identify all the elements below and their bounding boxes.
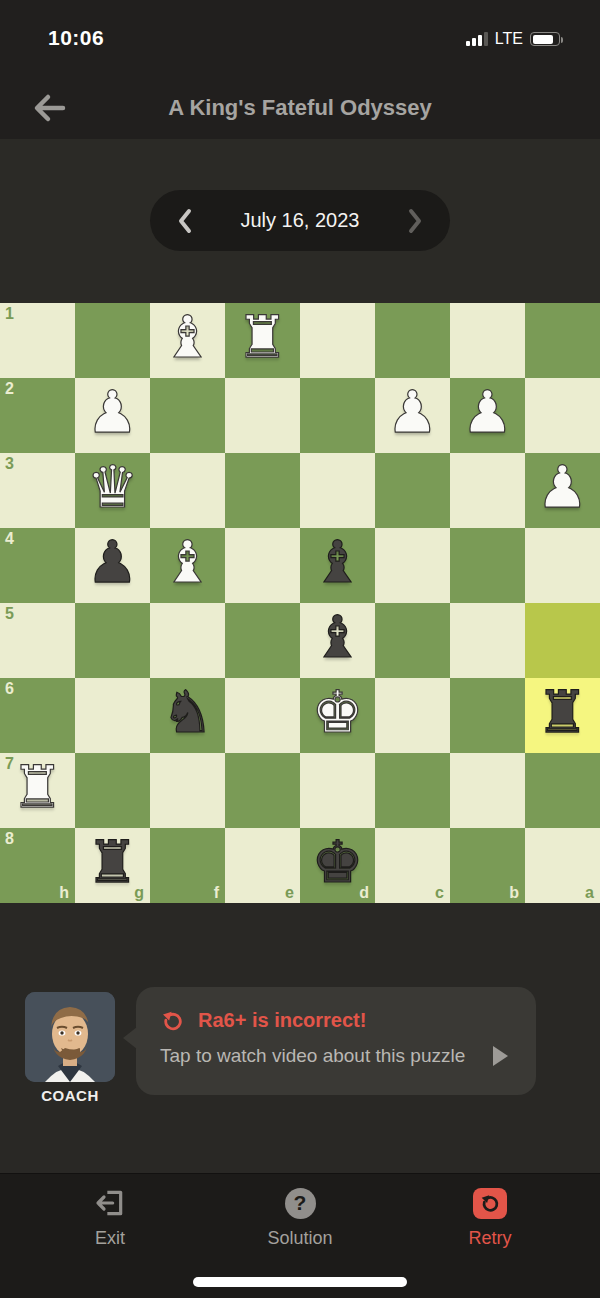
square-h7[interactable]: 7♜: [0, 753, 75, 828]
black-pawn-piece: ♟: [87, 525, 139, 600]
black-rook-piece: ♜: [537, 675, 589, 750]
square-g8[interactable]: g♜: [75, 828, 150, 903]
square-b6[interactable]: [450, 678, 525, 753]
status-bar: 10:06 LTE: [0, 0, 600, 60]
square-a4[interactable]: [525, 528, 600, 603]
battery-icon: [530, 32, 560, 46]
square-a8[interactable]: a: [525, 828, 600, 903]
square-f4[interactable]: ♝: [150, 528, 225, 603]
retry-arrow-icon: [160, 1008, 185, 1033]
date-section: July 16, 2023: [0, 139, 600, 303]
network-type-label: LTE: [495, 30, 523, 48]
square-e4[interactable]: [225, 528, 300, 603]
question-mark-icon: ?: [285, 1188, 316, 1219]
white-rook-piece: ♜: [12, 750, 64, 825]
white-king-piece: ♚: [312, 675, 364, 750]
rank-label-5: 5: [5, 605, 14, 623]
square-e1[interactable]: ♜: [225, 303, 300, 378]
signal-strength-icon: [466, 32, 488, 46]
rank-label-8: 8: [5, 830, 14, 848]
square-b1[interactable]: [450, 303, 525, 378]
rank-label-6: 6: [5, 680, 14, 698]
square-d7[interactable]: [300, 753, 375, 828]
square-e7[interactable]: [225, 753, 300, 828]
white-pawn-piece: ♟: [537, 450, 589, 525]
square-a5[interactable]: [525, 603, 600, 678]
rank-label-4: 4: [5, 530, 14, 548]
square-h4[interactable]: 4: [0, 528, 75, 603]
square-c7[interactable]: [375, 753, 450, 828]
white-pawn-piece: ♟: [387, 375, 439, 450]
file-label-e: e: [285, 884, 294, 902]
square-d3[interactable]: [300, 453, 375, 528]
square-c4[interactable]: [375, 528, 450, 603]
square-h2[interactable]: 2: [0, 378, 75, 453]
retry-button[interactable]: Retry: [435, 1174, 545, 1298]
black-knight-piece: ♞: [162, 675, 214, 750]
clock-time: 10:06: [48, 26, 104, 50]
white-rook-piece: ♜: [237, 300, 289, 375]
square-c1[interactable]: [375, 303, 450, 378]
chevron-right-icon: [406, 208, 424, 234]
date-selector: July 16, 2023: [150, 190, 450, 251]
square-f3[interactable]: [150, 453, 225, 528]
white-queen-piece: ♛: [87, 450, 139, 525]
square-d6[interactable]: ♚: [300, 678, 375, 753]
square-a6[interactable]: ♜: [525, 678, 600, 753]
white-pawn-piece: ♟: [87, 375, 139, 450]
white-bishop-piece: ♝: [162, 525, 214, 600]
exit-button[interactable]: Exit: [55, 1174, 165, 1298]
white-pawn-piece: ♟: [462, 375, 514, 450]
coach-message-bubble[interactable]: Ra6+ is incorrect! Tap to watch video ab…: [136, 987, 536, 1095]
square-a3[interactable]: ♟: [525, 453, 600, 528]
coach-avatar-illustration: [25, 992, 115, 1082]
square-b5[interactable]: [450, 603, 525, 678]
file-label-a: a: [585, 884, 594, 902]
date-label: July 16, 2023: [198, 209, 402, 232]
coach-label: COACH: [0, 1087, 140, 1104]
file-label-f: f: [214, 884, 219, 902]
chess-board[interactable]: 1♝♜2♟♟♟3♛♟4♟♝♝5♝6♞♚♜7♜8hg♜fed♚cba: [0, 303, 600, 903]
square-f7[interactable]: [150, 753, 225, 828]
square-b2[interactable]: ♟: [450, 378, 525, 453]
square-h6[interactable]: 6: [0, 678, 75, 753]
next-day-button[interactable]: [402, 208, 428, 234]
square-c6[interactable]: [375, 678, 450, 753]
play-video-icon[interactable]: [493, 1046, 508, 1066]
square-f6[interactable]: ♞: [150, 678, 225, 753]
rank-label-2: 2: [5, 380, 14, 398]
page-title: A King's Fateful Odyssey: [0, 95, 600, 121]
rank-label-3: 3: [5, 455, 14, 473]
black-bishop-piece: ♝: [312, 525, 364, 600]
home-indicator[interactable]: [193, 1277, 407, 1287]
black-bishop-piece: ♝: [312, 600, 364, 675]
nav-header: A King's Fateful Odyssey: [0, 78, 600, 139]
previous-day-button[interactable]: [172, 208, 198, 234]
square-c5[interactable]: [375, 603, 450, 678]
square-g1[interactable]: [75, 303, 150, 378]
file-label-h: h: [59, 884, 69, 902]
square-g3[interactable]: ♛: [75, 453, 150, 528]
watch-video-hint: Tap to watch video about this puzzle: [160, 1045, 493, 1067]
square-e6[interactable]: [225, 678, 300, 753]
square-e8[interactable]: e: [225, 828, 300, 903]
square-a7[interactable]: [525, 753, 600, 828]
square-g2[interactable]: ♟: [75, 378, 150, 453]
square-b4[interactable]: [450, 528, 525, 603]
square-d2[interactable]: [300, 378, 375, 453]
square-f1[interactable]: ♝: [150, 303, 225, 378]
coach-section: COACH Ra6+ is incorrect! Tap to watch vi…: [0, 903, 600, 1173]
square-b3[interactable]: [450, 453, 525, 528]
file-label-b: b: [509, 884, 519, 902]
chevron-left-icon: [176, 208, 194, 234]
white-bishop-piece: ♝: [162, 300, 214, 375]
square-f5[interactable]: [150, 603, 225, 678]
square-h5[interactable]: 5: [0, 603, 75, 678]
square-c2[interactable]: ♟: [375, 378, 450, 453]
exit-label: Exit: [95, 1228, 125, 1249]
puzzle-app-screen: 10:06 LTE A King's Fateful Odyssey July …: [0, 0, 600, 1298]
rank-label-1: 1: [5, 305, 14, 323]
black-king-piece: ♚: [312, 825, 364, 900]
square-h3[interactable]: 3: [0, 453, 75, 528]
black-rook-piece: ♜: [87, 825, 139, 900]
square-h8[interactable]: 8h: [0, 828, 75, 903]
exit-door-icon: [94, 1187, 126, 1219]
square-g7[interactable]: [75, 753, 150, 828]
square-f2[interactable]: [150, 378, 225, 453]
incorrect-move-message: Ra6+ is incorrect!: [198, 1009, 366, 1032]
square-d8[interactable]: d♚: [300, 828, 375, 903]
file-label-c: c: [435, 884, 444, 902]
solution-label: Solution: [267, 1228, 332, 1249]
square-d4[interactable]: ♝: [300, 528, 375, 603]
square-a2[interactable]: [525, 378, 600, 453]
retry-icon: [473, 1188, 507, 1219]
square-d1[interactable]: [300, 303, 375, 378]
square-e5[interactable]: [225, 603, 300, 678]
square-c8[interactable]: c: [375, 828, 450, 903]
square-b7[interactable]: [450, 753, 525, 828]
square-g6[interactable]: [75, 678, 150, 753]
square-e2[interactable]: [225, 378, 300, 453]
coach-avatar: [25, 992, 115, 1082]
square-a1[interactable]: [525, 303, 600, 378]
square-g5[interactable]: [75, 603, 150, 678]
square-e3[interactable]: [225, 453, 300, 528]
square-h1[interactable]: 1: [0, 303, 75, 378]
square-f8[interactable]: f: [150, 828, 225, 903]
square-c3[interactable]: [375, 453, 450, 528]
square-b8[interactable]: b: [450, 828, 525, 903]
square-d5[interactable]: ♝: [300, 603, 375, 678]
retry-label: Retry: [468, 1228, 511, 1249]
square-g4[interactable]: ♟: [75, 528, 150, 603]
